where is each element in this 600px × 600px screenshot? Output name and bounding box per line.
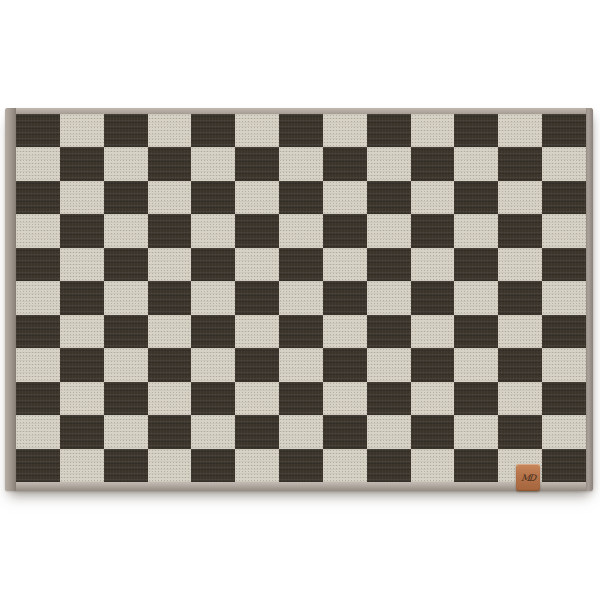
board-square xyxy=(148,449,192,482)
board-square xyxy=(498,415,542,448)
board-square xyxy=(411,415,455,448)
board-square xyxy=(323,415,367,448)
board-square xyxy=(148,281,192,314)
board-square xyxy=(60,181,104,214)
board-square xyxy=(367,449,411,482)
board-square xyxy=(279,382,323,415)
board-square xyxy=(542,248,586,281)
board-square xyxy=(323,449,367,482)
board-square xyxy=(235,114,279,147)
board-square xyxy=(411,449,455,482)
board-square xyxy=(191,382,235,415)
board-square xyxy=(148,181,192,214)
board-square xyxy=(323,214,367,247)
board-square xyxy=(454,114,498,147)
board-square xyxy=(454,315,498,348)
board-square xyxy=(279,315,323,348)
brand-monogram: MD xyxy=(521,473,535,483)
board-square xyxy=(367,248,411,281)
board-square xyxy=(498,114,542,147)
board-square xyxy=(542,214,586,247)
board-square xyxy=(16,248,60,281)
board-square xyxy=(411,214,455,247)
board-square xyxy=(323,248,367,281)
board-square xyxy=(148,147,192,180)
board-square xyxy=(367,114,411,147)
board-square xyxy=(498,147,542,180)
board-square xyxy=(367,214,411,247)
product-photo: MD xyxy=(0,0,600,600)
board-square xyxy=(367,315,411,348)
checkerboard-towel: MD xyxy=(5,108,593,491)
board-square xyxy=(191,214,235,247)
board-square xyxy=(279,281,323,314)
board-square xyxy=(60,415,104,448)
board-square xyxy=(279,114,323,147)
board-square xyxy=(60,114,104,147)
board-square xyxy=(323,348,367,381)
board-square xyxy=(191,315,235,348)
board-square xyxy=(279,348,323,381)
board-square xyxy=(411,348,455,381)
board-square xyxy=(498,281,542,314)
board-square xyxy=(104,449,148,482)
board-square xyxy=(542,449,586,482)
board-square xyxy=(235,348,279,381)
board-square xyxy=(367,181,411,214)
board-square xyxy=(454,147,498,180)
board-square xyxy=(279,415,323,448)
board-square xyxy=(498,348,542,381)
board-square xyxy=(235,415,279,448)
board-square xyxy=(367,415,411,448)
board-square xyxy=(191,147,235,180)
board-square xyxy=(16,147,60,180)
board-square xyxy=(498,315,542,348)
board-square xyxy=(454,181,498,214)
board-square xyxy=(323,382,367,415)
towel-bottom-hem xyxy=(15,482,587,491)
board-square xyxy=(367,281,411,314)
board-square xyxy=(279,214,323,247)
board-square xyxy=(411,382,455,415)
board-square xyxy=(148,382,192,415)
board-square xyxy=(191,415,235,448)
board-square xyxy=(279,449,323,482)
board-square xyxy=(60,382,104,415)
board-square xyxy=(323,114,367,147)
board-square xyxy=(411,181,455,214)
board-square xyxy=(104,281,148,314)
board-square xyxy=(411,315,455,348)
board-square xyxy=(16,315,60,348)
board-square xyxy=(104,248,148,281)
board-square xyxy=(60,281,104,314)
board-square xyxy=(148,248,192,281)
board-square xyxy=(104,214,148,247)
board-square xyxy=(542,315,586,348)
board-square xyxy=(279,147,323,180)
board-square xyxy=(411,281,455,314)
board-square xyxy=(454,415,498,448)
board-square xyxy=(454,248,498,281)
board-square xyxy=(148,348,192,381)
board-square xyxy=(279,181,323,214)
board-square xyxy=(104,315,148,348)
board-square xyxy=(60,147,104,180)
board-square xyxy=(191,281,235,314)
board-square xyxy=(542,382,586,415)
board-square xyxy=(235,248,279,281)
board-square xyxy=(104,348,148,381)
towel-left-selvage xyxy=(5,108,16,491)
board-square xyxy=(191,248,235,281)
brand-leather-tag: MD xyxy=(516,464,540,491)
board-square xyxy=(323,281,367,314)
board-square xyxy=(411,147,455,180)
board-square xyxy=(148,214,192,247)
board-square xyxy=(235,281,279,314)
board-square xyxy=(454,382,498,415)
board-square xyxy=(16,449,60,482)
board-square xyxy=(235,315,279,348)
board-square xyxy=(323,315,367,348)
board-square xyxy=(16,114,60,147)
board-square xyxy=(279,248,323,281)
board-square xyxy=(235,181,279,214)
board-square xyxy=(104,415,148,448)
board-square xyxy=(104,181,148,214)
board-square xyxy=(542,114,586,147)
board-square xyxy=(16,415,60,448)
board-square xyxy=(16,214,60,247)
board-square xyxy=(411,114,455,147)
board-square xyxy=(104,114,148,147)
board-square xyxy=(60,315,104,348)
board-square xyxy=(542,348,586,381)
towel-right-selvage xyxy=(586,108,593,491)
board-square xyxy=(16,348,60,381)
board-square xyxy=(235,147,279,180)
board-square xyxy=(148,415,192,448)
board-square xyxy=(498,214,542,247)
board-square xyxy=(60,214,104,247)
checkerboard-grid xyxy=(16,114,586,482)
board-square xyxy=(498,181,542,214)
board-square xyxy=(60,449,104,482)
board-square xyxy=(367,147,411,180)
board-square xyxy=(191,449,235,482)
board-square xyxy=(542,415,586,448)
board-square xyxy=(454,281,498,314)
board-square xyxy=(542,147,586,180)
board-square xyxy=(16,281,60,314)
board-square xyxy=(323,181,367,214)
board-square xyxy=(454,348,498,381)
board-square xyxy=(191,181,235,214)
board-square xyxy=(191,114,235,147)
board-square xyxy=(454,449,498,482)
board-square xyxy=(498,382,542,415)
board-square xyxy=(235,382,279,415)
board-square xyxy=(498,248,542,281)
board-square xyxy=(323,147,367,180)
board-square xyxy=(542,281,586,314)
board-square xyxy=(104,382,148,415)
board-square xyxy=(104,147,148,180)
board-square xyxy=(235,214,279,247)
board-square xyxy=(148,114,192,147)
board-square xyxy=(60,248,104,281)
board-square xyxy=(367,348,411,381)
board-square xyxy=(16,181,60,214)
board-square xyxy=(191,348,235,381)
board-square xyxy=(16,382,60,415)
board-square xyxy=(60,348,104,381)
board-square xyxy=(454,214,498,247)
board-square xyxy=(411,248,455,281)
board-square xyxy=(235,449,279,482)
board-square xyxy=(148,315,192,348)
board-square xyxy=(367,382,411,415)
board-square xyxy=(542,181,586,214)
